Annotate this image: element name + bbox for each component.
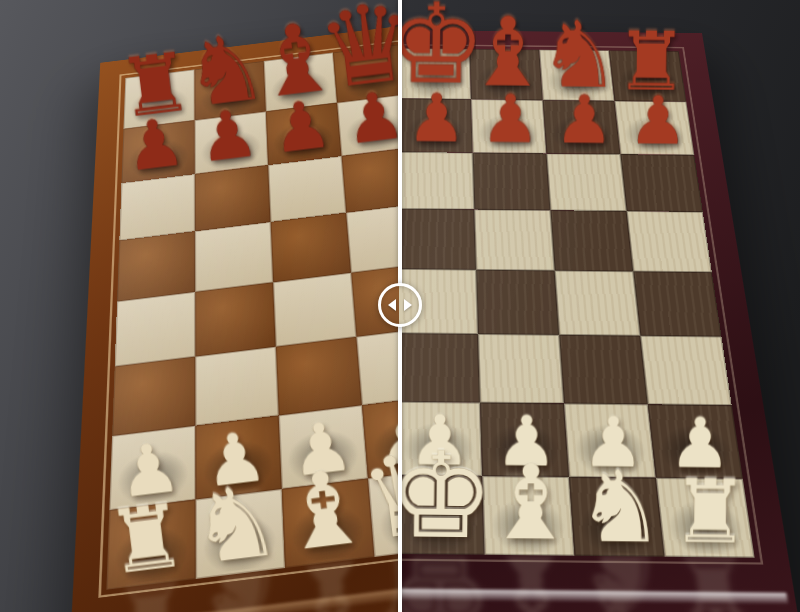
square-b7: ♟♟	[195, 112, 268, 175]
piece-reflection: ♝	[483, 543, 581, 612]
square-c3	[276, 337, 362, 416]
square-f5	[474, 209, 554, 270]
left-arrow-icon	[388, 299, 396, 311]
square-e7: ♟♟	[399, 99, 473, 153]
square-g5	[550, 210, 633, 271]
square-g6	[547, 154, 627, 212]
square-a4	[115, 292, 196, 367]
piece-black-pawn: ♟	[627, 90, 687, 154]
square-f4	[476, 270, 559, 335]
square-g1: ♞♞	[569, 477, 665, 557]
square-c1: ♝♝	[282, 478, 375, 568]
piece-white-knight: ♞	[575, 459, 665, 554]
slider-handle[interactable]	[378, 283, 422, 327]
square-h4	[633, 271, 721, 336]
piece-white-knight: ♞	[185, 472, 285, 576]
square-b3	[195, 347, 278, 426]
square-g4	[555, 271, 641, 336]
square-h7: ♟♟	[615, 101, 695, 155]
square-c5	[271, 213, 352, 283]
square-b5	[195, 222, 273, 292]
square-c4	[273, 273, 356, 347]
square-h1: ♜♜	[656, 478, 755, 558]
square-e1: ♚♚	[395, 475, 485, 555]
piece-white-rook: ♜	[102, 495, 190, 587]
piece-black-pawn: ♟	[554, 89, 614, 153]
right-arrow-icon	[404, 299, 412, 311]
square-g3	[559, 335, 648, 405]
square-b1: ♞♞	[196, 489, 286, 579]
piece-black-pawn: ♟	[121, 111, 188, 181]
square-g7: ♟♟	[543, 100, 621, 154]
square-c6	[268, 156, 346, 222]
square-a5	[117, 231, 195, 301]
piece-reflection: ♜	[669, 545, 758, 612]
square-c7: ♟♟	[266, 103, 342, 165]
piece-white-rook: ♜	[670, 471, 749, 555]
piece-black-pawn: ♟	[480, 88, 540, 152]
square-f7: ♟♟	[471, 99, 546, 153]
square-f1: ♝♝	[482, 476, 574, 556]
square-a1: ♜♜	[106, 500, 195, 590]
square-h6	[620, 154, 702, 212]
square-e5	[397, 209, 476, 270]
piece-black-pawn: ♟	[406, 87, 466, 151]
square-e3	[396, 333, 480, 402]
square-h5	[627, 211, 712, 272]
slider-divider[interactable]	[398, 0, 402, 284]
board-style-comparison: ♜♜♞♞♝♝♛♛♚♚♝♝♞♞♜♜♟♟♟♟♟♟♟♟♟♟♟♟♟♟♟♟♟♟♟♟♟♟♟♟…	[0, 0, 800, 612]
piece-black-pawn: ♟	[194, 102, 261, 172]
slider-divider[interactable]	[398, 326, 402, 612]
square-b4	[195, 282, 276, 356]
square-b6	[195, 165, 271, 231]
square-f3	[478, 334, 564, 403]
piece-white-king: ♚	[386, 439, 494, 553]
square-f6	[473, 153, 551, 210]
piece-white-bishop: ♝	[272, 457, 376, 565]
square-h3	[640, 336, 731, 406]
square-a6	[119, 174, 195, 240]
piece-white-bishop: ♝	[483, 455, 576, 554]
square-a7: ♟♟	[121, 120, 194, 183]
piece-black-pawn: ♟	[268, 93, 335, 163]
square-a3	[112, 357, 195, 436]
